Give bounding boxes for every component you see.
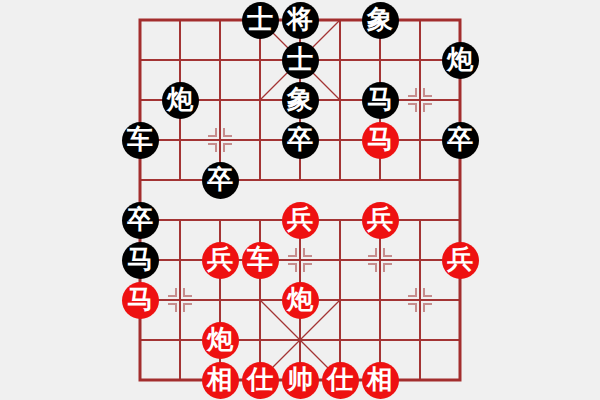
piece-black-advisor[interactable]: 士 <box>242 2 279 39</box>
app-background: 士将象士炮炮象马车卒马卒卒卒兵兵马兵车兵马炮炮相仕帅仕相 <box>0 0 600 400</box>
piece-red-chariot[interactable]: 车 <box>242 242 279 279</box>
piece-red-advisor[interactable]: 仕 <box>242 362 279 399</box>
piece-red-cannon[interactable]: 炮 <box>202 322 239 359</box>
piece-red-pawn[interactable]: 兵 <box>362 202 399 239</box>
board-grid: 士将象士炮炮象马车卒马卒卒卒兵兵马兵车兵马炮炮相仕帅仕相 <box>120 0 480 400</box>
piece-black-advisor[interactable]: 士 <box>282 42 319 79</box>
piece-black-horse[interactable]: 马 <box>362 82 399 119</box>
piece-black-cannon[interactable]: 炮 <box>442 42 479 79</box>
piece-red-horse[interactable]: 马 <box>122 282 159 319</box>
piece-black-pawn[interactable]: 卒 <box>122 202 159 239</box>
piece-red-pawn[interactable]: 兵 <box>442 242 479 279</box>
xiangqi-board: 士将象士炮炮象马车卒马卒卒卒兵兵马兵车兵马炮炮相仕帅仕相 <box>120 0 480 400</box>
piece-red-cannon[interactable]: 炮 <box>282 282 319 319</box>
piece-black-pawn[interactable]: 卒 <box>442 122 479 159</box>
piece-red-pawn[interactable]: 兵 <box>202 242 239 279</box>
piece-black-chariot[interactable]: 车 <box>122 122 159 159</box>
piece-black-elephant[interactable]: 象 <box>362 2 399 39</box>
piece-black-cannon[interactable]: 炮 <box>162 82 199 119</box>
piece-black-king[interactable]: 将 <box>282 2 319 39</box>
piece-red-advisor[interactable]: 仕 <box>322 362 359 399</box>
piece-black-elephant[interactable]: 象 <box>282 82 319 119</box>
piece-red-horse[interactable]: 马 <box>362 122 399 159</box>
piece-black-pawn[interactable]: 卒 <box>202 162 239 199</box>
piece-red-elephant[interactable]: 相 <box>362 362 399 399</box>
piece-red-pawn[interactable]: 兵 <box>282 202 319 239</box>
piece-red-elephant[interactable]: 相 <box>202 362 239 399</box>
piece-black-horse[interactable]: 马 <box>122 242 159 279</box>
piece-black-pawn[interactable]: 卒 <box>282 122 319 159</box>
piece-red-king[interactable]: 帅 <box>282 362 319 399</box>
